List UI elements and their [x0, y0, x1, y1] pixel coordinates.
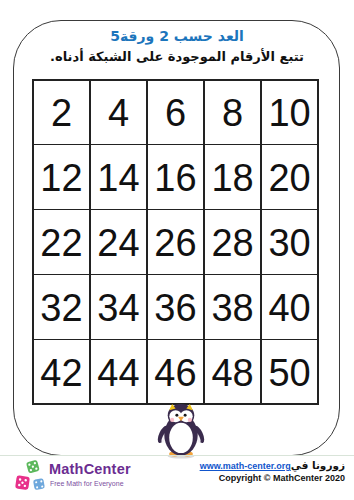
grid-cell: 46 — [148, 340, 204, 404]
visit-us-label: زورونا في — [291, 459, 345, 471]
grid-cell: 12 — [34, 145, 90, 209]
grid-cell: 18 — [205, 145, 261, 209]
grid-cell: 26 — [148, 210, 204, 274]
worksheet-title: العد حسب 2 ورقة5 — [0, 28, 354, 44]
grid-cell: 2 — [34, 81, 90, 145]
grid-cell: 42 — [34, 340, 90, 404]
grid-cell: 22 — [34, 210, 90, 274]
footer-right-block: زورونا فيwww.math-center.org Copyright ©… — [200, 459, 345, 483]
grid-cell: 24 — [91, 210, 147, 274]
grid-cell: 28 — [205, 210, 261, 274]
grid-cell: 44 — [91, 340, 147, 404]
grid-cell: 10 — [262, 81, 318, 145]
grid-cell: 16 — [148, 145, 204, 209]
visit-us-line: زورونا فيwww.math-center.org — [200, 459, 345, 471]
copyright-text: Copyright © MathCenter 2020 — [200, 473, 345, 483]
brand-tagline: Free Math for Everyone — [50, 480, 124, 487]
grid-cell: 50 — [262, 340, 318, 404]
grid-cell: 38 — [205, 275, 261, 339]
website-link[interactable]: www.math-center.org — [200, 461, 291, 471]
grid-cell: 14 — [91, 145, 147, 209]
grid-cell: 30 — [262, 210, 318, 274]
grid-cell: 8 — [205, 81, 261, 145]
number-grid: 2468101214161820222426283032343638404244… — [32, 79, 319, 405]
grid-cell: 4 — [91, 81, 147, 145]
worksheet-page: العد حسب 2 ورقة5 تتبع الأرقام الموجودة ع… — [0, 0, 354, 500]
grid-cell: 34 — [91, 275, 147, 339]
brand-name: MathCenter — [49, 461, 131, 477]
penguin-icon — [157, 402, 205, 459]
grid-cell: 6 — [148, 81, 204, 145]
grid-cell: 36 — [148, 275, 204, 339]
grid-cell: 40 — [262, 275, 318, 339]
grid-cell: 20 — [262, 145, 318, 209]
penguin-mascot-illustration — [157, 402, 205, 459]
grid-cell: 32 — [34, 275, 90, 339]
footer-divider — [0, 455, 354, 456]
mathcenter-dice-logo-icon — [14, 458, 48, 496]
worksheet-subtitle: تتبع الأرقام الموجودة على الشبكة أدناه. — [0, 49, 354, 64]
grid-cell: 48 — [205, 340, 261, 404]
